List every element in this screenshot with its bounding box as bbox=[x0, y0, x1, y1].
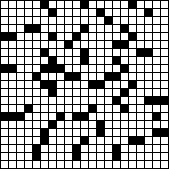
white-cell-r2c19[interactable] bbox=[153, 17, 160, 24]
white-cell-r12c7[interactable] bbox=[57, 97, 64, 104]
white-cell-r18c15[interactable] bbox=[121, 145, 128, 152]
white-cell-r4c7[interactable] bbox=[57, 33, 64, 40]
white-cell-r7c9[interactable] bbox=[73, 57, 80, 64]
white-cell-r4c18[interactable] bbox=[145, 33, 152, 40]
white-cell-r19c6[interactable] bbox=[49, 153, 56, 160]
white-cell-r6c8[interactable] bbox=[65, 49, 72, 56]
white-cell-r19c16[interactable] bbox=[129, 153, 136, 160]
white-cell-r11c20[interactable] bbox=[161, 89, 168, 96]
white-cell-r9c2[interactable] bbox=[17, 73, 24, 80]
white-cell-r7c4[interactable] bbox=[33, 57, 40, 64]
white-cell-r13c6[interactable] bbox=[49, 105, 56, 112]
white-cell-r12c2[interactable] bbox=[17, 97, 24, 104]
white-cell-r11c9[interactable] bbox=[73, 89, 80, 96]
white-cell-r1c2[interactable] bbox=[17, 9, 24, 16]
white-cell-r19c2[interactable] bbox=[17, 153, 24, 160]
white-cell-r19c18[interactable] bbox=[145, 153, 152, 160]
white-cell-r17c3[interactable] bbox=[25, 137, 32, 144]
white-cell-r9c19[interactable] bbox=[153, 73, 160, 80]
white-cell-r7c5[interactable] bbox=[41, 57, 48, 64]
white-cell-r12c17[interactable] bbox=[137, 97, 144, 104]
white-cell-r8c10[interactable] bbox=[81, 65, 88, 72]
white-cell-r10c14[interactable] bbox=[113, 81, 120, 88]
white-cell-r16c16[interactable] bbox=[129, 129, 136, 136]
white-cell-r17c9[interactable] bbox=[73, 137, 80, 144]
white-cell-r14c17[interactable] bbox=[137, 113, 144, 120]
white-cell-r8c17[interactable] bbox=[137, 65, 144, 72]
white-cell-r4c2[interactable] bbox=[17, 33, 24, 40]
white-cell-r10c7[interactable] bbox=[57, 81, 64, 88]
white-cell-r4c10[interactable] bbox=[81, 33, 88, 40]
white-cell-r20c8[interactable] bbox=[65, 161, 72, 168]
white-cell-r5c10[interactable] bbox=[81, 41, 88, 48]
white-cell-r11c5[interactable] bbox=[41, 89, 48, 96]
white-cell-r18c7[interactable] bbox=[57, 145, 64, 152]
white-cell-r2c18[interactable] bbox=[145, 17, 152, 24]
white-cell-r1c3[interactable] bbox=[25, 9, 32, 16]
white-cell-r2c9[interactable] bbox=[73, 17, 80, 24]
white-cell-r5c2[interactable] bbox=[17, 41, 24, 48]
white-cell-r11c12[interactable] bbox=[97, 89, 104, 96]
white-cell-r9c20[interactable] bbox=[161, 73, 168, 80]
white-cell-r3c17[interactable] bbox=[137, 25, 144, 32]
white-cell-r19c7[interactable] bbox=[57, 153, 64, 160]
white-cell-r16c13[interactable] bbox=[105, 129, 112, 136]
white-cell-r17c4[interactable] bbox=[33, 137, 40, 144]
white-cell-r20c4[interactable] bbox=[33, 161, 40, 168]
white-cell-r0c20[interactable] bbox=[161, 1, 168, 8]
white-cell-r9c3[interactable] bbox=[25, 73, 32, 80]
white-cell-r18c16[interactable] bbox=[129, 145, 136, 152]
white-cell-r12c1[interactable] bbox=[9, 97, 16, 104]
white-cell-r1c16[interactable] bbox=[129, 9, 136, 16]
white-cell-r18c10[interactable] bbox=[81, 145, 88, 152]
white-cell-r1c1[interactable] bbox=[9, 9, 16, 16]
white-cell-r2c20[interactable] bbox=[161, 17, 168, 24]
white-cell-r10c9[interactable] bbox=[73, 81, 80, 88]
white-cell-r14c20[interactable] bbox=[161, 113, 168, 120]
white-cell-r9c10[interactable] bbox=[81, 73, 88, 80]
white-cell-r8c20[interactable] bbox=[161, 65, 168, 72]
white-cell-r20c16[interactable] bbox=[129, 161, 136, 168]
white-cell-r16c8[interactable] bbox=[65, 129, 72, 136]
white-cell-r17c14[interactable] bbox=[113, 137, 120, 144]
white-cell-r0c12[interactable] bbox=[97, 1, 104, 8]
white-cell-r16c10[interactable] bbox=[81, 129, 88, 136]
white-cell-r7c7[interactable] bbox=[57, 57, 64, 64]
white-cell-r2c5[interactable] bbox=[41, 17, 48, 24]
white-cell-r15c3[interactable] bbox=[25, 121, 32, 128]
white-cell-r0c2[interactable] bbox=[17, 1, 24, 8]
white-cell-r12c5[interactable] bbox=[41, 97, 48, 104]
white-cell-r14c13[interactable] bbox=[105, 113, 112, 120]
white-cell-r2c17[interactable] bbox=[137, 17, 144, 24]
white-cell-r17c12[interactable] bbox=[97, 137, 104, 144]
white-cell-r4c8[interactable] bbox=[65, 33, 72, 40]
white-cell-r2c10[interactable] bbox=[81, 17, 88, 24]
white-cell-r3c8[interactable] bbox=[65, 25, 72, 32]
white-cell-r3c1[interactable] bbox=[9, 25, 16, 32]
white-cell-r12c3[interactable] bbox=[25, 97, 32, 104]
white-cell-r19c11[interactable] bbox=[89, 153, 96, 160]
white-cell-r15c4[interactable] bbox=[33, 121, 40, 128]
white-cell-r12c9[interactable] bbox=[73, 97, 80, 104]
white-cell-r3c0[interactable] bbox=[1, 25, 8, 32]
white-cell-r10c0[interactable] bbox=[1, 81, 8, 88]
white-cell-r12c10[interactable] bbox=[81, 97, 88, 104]
white-cell-r19c13[interactable] bbox=[105, 153, 112, 160]
white-cell-r19c20[interactable] bbox=[161, 153, 168, 160]
white-cell-r1c10[interactable] bbox=[81, 9, 88, 16]
white-cell-r4c12[interactable] bbox=[97, 33, 104, 40]
white-cell-r4c20[interactable] bbox=[161, 33, 168, 40]
white-cell-r20c17[interactable] bbox=[137, 161, 144, 168]
white-cell-r5c12[interactable] bbox=[97, 41, 104, 48]
white-cell-r11c19[interactable] bbox=[153, 89, 160, 96]
white-cell-r4c11[interactable] bbox=[89, 33, 96, 40]
white-cell-r20c13[interactable] bbox=[105, 161, 112, 168]
white-cell-r0c8[interactable] bbox=[65, 1, 72, 8]
white-cell-r8c13[interactable] bbox=[105, 65, 112, 72]
white-cell-r11c0[interactable] bbox=[1, 89, 8, 96]
white-cell-r2c8[interactable] bbox=[65, 17, 72, 24]
white-cell-r15c0[interactable] bbox=[1, 121, 8, 128]
white-cell-r11c14[interactable] bbox=[113, 89, 120, 96]
white-cell-r6c16[interactable] bbox=[129, 49, 136, 56]
white-cell-r3c19[interactable] bbox=[153, 25, 160, 32]
white-cell-r20c11[interactable] bbox=[89, 161, 96, 168]
white-cell-r6c6[interactable] bbox=[49, 49, 56, 56]
white-cell-r16c0[interactable] bbox=[1, 129, 8, 136]
white-cell-r10c20[interactable] bbox=[161, 81, 168, 88]
white-cell-r18c1[interactable] bbox=[9, 145, 16, 152]
white-cell-r15c18[interactable] bbox=[145, 121, 152, 128]
white-cell-r5c19[interactable] bbox=[153, 41, 160, 48]
white-cell-r19c5[interactable] bbox=[41, 153, 48, 160]
white-cell-r7c16[interactable] bbox=[129, 57, 136, 64]
white-cell-r8c12[interactable] bbox=[97, 65, 104, 72]
white-cell-r20c20[interactable] bbox=[161, 161, 168, 168]
white-cell-r14c5[interactable] bbox=[41, 113, 48, 120]
white-cell-r15c7[interactable] bbox=[57, 121, 64, 128]
white-cell-r20c0[interactable] bbox=[1, 161, 8, 168]
white-cell-r0c17[interactable] bbox=[137, 1, 144, 8]
white-cell-r11c10[interactable] bbox=[81, 89, 88, 96]
white-cell-r9c15[interactable] bbox=[121, 73, 128, 80]
white-cell-r9c16[interactable] bbox=[129, 73, 136, 80]
white-cell-r0c6[interactable] bbox=[49, 1, 56, 8]
white-cell-r0c3[interactable] bbox=[25, 1, 32, 8]
white-cell-r6c12[interactable] bbox=[97, 49, 104, 56]
white-cell-r20c7[interactable] bbox=[57, 161, 64, 168]
white-cell-r7c2[interactable] bbox=[17, 57, 24, 64]
white-cell-r14c4[interactable] bbox=[33, 113, 40, 120]
white-cell-r20c3[interactable] bbox=[25, 161, 32, 168]
white-cell-r15c8[interactable] bbox=[65, 121, 72, 128]
white-cell-r8c16[interactable] bbox=[129, 65, 136, 72]
white-cell-r2c3[interactable] bbox=[25, 17, 32, 24]
white-cell-r10c1[interactable] bbox=[9, 81, 16, 88]
white-cell-r11c8[interactable] bbox=[65, 89, 72, 96]
white-cell-r3c20[interactable] bbox=[161, 25, 168, 32]
white-cell-r12c4[interactable] bbox=[33, 97, 40, 104]
white-cell-r1c0[interactable] bbox=[1, 9, 8, 16]
white-cell-r12c15[interactable] bbox=[121, 97, 128, 104]
white-cell-r5c16[interactable] bbox=[129, 41, 136, 48]
white-cell-r18c18[interactable] bbox=[145, 145, 152, 152]
white-cell-r12c0[interactable] bbox=[1, 97, 8, 104]
white-cell-r18c2[interactable] bbox=[17, 145, 24, 152]
white-cell-r0c13[interactable] bbox=[105, 1, 112, 8]
white-cell-r7c11[interactable] bbox=[89, 57, 96, 64]
white-cell-r9c5[interactable] bbox=[41, 73, 48, 80]
white-cell-r17c8[interactable] bbox=[65, 137, 72, 144]
white-cell-r19c0[interactable] bbox=[1, 153, 8, 160]
white-cell-r10c3[interactable] bbox=[25, 81, 32, 88]
white-cell-r17c0[interactable] bbox=[1, 137, 8, 144]
white-cell-r5c20[interactable] bbox=[161, 41, 168, 48]
white-cell-r12c11[interactable] bbox=[89, 97, 96, 104]
white-cell-r6c13[interactable] bbox=[105, 49, 112, 56]
white-cell-r17c20[interactable] bbox=[161, 137, 168, 144]
white-cell-r20c14[interactable] bbox=[113, 161, 120, 168]
white-cell-r3c11[interactable] bbox=[89, 25, 96, 32]
white-cell-r7c18[interactable] bbox=[145, 57, 152, 64]
white-cell-r4c17[interactable] bbox=[137, 33, 144, 40]
white-cell-r6c15[interactable] bbox=[121, 49, 128, 56]
white-cell-r9c11[interactable] bbox=[89, 73, 96, 80]
white-cell-r10c17[interactable] bbox=[137, 81, 144, 88]
white-cell-r0c0[interactable] bbox=[1, 1, 8, 8]
white-cell-r5c7[interactable] bbox=[57, 41, 64, 48]
white-cell-r16c15[interactable] bbox=[121, 129, 128, 136]
white-cell-r18c13[interactable] bbox=[105, 145, 112, 152]
white-cell-r7c12[interactable] bbox=[97, 57, 104, 64]
white-cell-r4c3[interactable] bbox=[25, 33, 32, 40]
white-cell-r8c3[interactable] bbox=[25, 65, 32, 72]
white-cell-r13c7[interactable] bbox=[57, 105, 64, 112]
white-cell-r4c19[interactable] bbox=[153, 33, 160, 40]
white-cell-r9c7[interactable] bbox=[57, 73, 64, 80]
white-cell-r17c13[interactable] bbox=[105, 137, 112, 144]
white-cell-r1c8[interactable] bbox=[65, 9, 72, 16]
white-cell-r4c4[interactable] bbox=[33, 33, 40, 40]
white-cell-r20c2[interactable] bbox=[17, 161, 24, 168]
white-cell-r20c15[interactable] bbox=[121, 161, 128, 168]
white-cell-r13c20[interactable] bbox=[161, 105, 168, 112]
white-cell-r0c15[interactable] bbox=[121, 1, 128, 8]
white-cell-r8c4[interactable] bbox=[33, 65, 40, 72]
white-cell-r9c17[interactable] bbox=[137, 73, 144, 80]
white-cell-r8c14[interactable] bbox=[113, 65, 120, 72]
white-cell-r10c15[interactable] bbox=[121, 81, 128, 88]
white-cell-r3c7[interactable] bbox=[57, 25, 64, 32]
white-cell-r14c18[interactable] bbox=[145, 113, 152, 120]
white-cell-r6c3[interactable] bbox=[25, 49, 32, 56]
white-cell-r19c15[interactable] bbox=[121, 153, 128, 160]
white-cell-r15c19[interactable] bbox=[153, 121, 160, 128]
white-cell-r19c1[interactable] bbox=[9, 153, 16, 160]
white-cell-r0c19[interactable] bbox=[153, 1, 160, 8]
white-cell-r10c10[interactable] bbox=[81, 81, 88, 88]
white-cell-r19c3[interactable] bbox=[25, 153, 32, 160]
white-cell-r20c19[interactable] bbox=[153, 161, 160, 168]
white-cell-r17c1[interactable] bbox=[9, 137, 16, 144]
white-cell-r4c14[interactable] bbox=[113, 33, 120, 40]
white-cell-r2c1[interactable] bbox=[9, 17, 16, 24]
white-cell-r11c1[interactable] bbox=[9, 89, 16, 96]
white-cell-r15c9[interactable] bbox=[73, 121, 80, 128]
white-cell-r15c10[interactable] bbox=[81, 121, 88, 128]
white-cell-r13c17[interactable] bbox=[137, 105, 144, 112]
white-cell-r14c14[interactable] bbox=[113, 113, 120, 120]
white-cell-r17c19[interactable] bbox=[153, 137, 160, 144]
white-cell-r12c12[interactable] bbox=[97, 97, 104, 104]
white-cell-r5c6[interactable] bbox=[49, 41, 56, 48]
white-cell-r18c0[interactable] bbox=[1, 145, 8, 152]
white-cell-r8c18[interactable] bbox=[145, 65, 152, 72]
white-cell-r1c9[interactable] bbox=[73, 9, 80, 16]
white-cell-r13c10[interactable] bbox=[81, 105, 88, 112]
white-cell-r2c7[interactable] bbox=[57, 17, 64, 24]
white-cell-r2c0[interactable] bbox=[1, 17, 8, 24]
white-cell-r5c3[interactable] bbox=[25, 41, 32, 48]
white-cell-r2c12[interactable] bbox=[97, 17, 104, 24]
white-cell-r10c2[interactable] bbox=[17, 81, 24, 88]
white-cell-r11c11[interactable] bbox=[89, 89, 96, 96]
white-cell-r6c11[interactable] bbox=[89, 49, 96, 56]
white-cell-r13c0[interactable] bbox=[1, 105, 8, 112]
white-cell-r19c10[interactable] bbox=[81, 153, 88, 160]
white-cell-r0c11[interactable] bbox=[89, 1, 96, 8]
white-cell-r6c2[interactable] bbox=[17, 49, 24, 56]
white-cell-r9c0[interactable] bbox=[1, 73, 8, 80]
white-cell-r6c1[interactable] bbox=[9, 49, 16, 56]
white-cell-r0c18[interactable] bbox=[145, 1, 152, 8]
white-cell-r18c11[interactable] bbox=[89, 145, 96, 152]
white-cell-r7c1[interactable] bbox=[9, 57, 16, 64]
white-cell-r12c16[interactable] bbox=[129, 97, 136, 104]
white-cell-r11c13[interactable] bbox=[105, 89, 112, 96]
white-cell-r9c12[interactable] bbox=[97, 73, 104, 80]
white-cell-r14c3[interactable] bbox=[25, 113, 32, 120]
white-cell-r5c4[interactable] bbox=[33, 41, 40, 48]
white-cell-r6c0[interactable] bbox=[1, 49, 8, 56]
white-cell-r18c19[interactable] bbox=[153, 145, 160, 152]
white-cell-r19c12[interactable] bbox=[97, 153, 104, 160]
white-cell-r13c2[interactable] bbox=[17, 105, 24, 112]
white-cell-r2c6[interactable] bbox=[49, 17, 56, 24]
white-cell-r10c4[interactable] bbox=[33, 81, 40, 88]
white-cell-r7c20[interactable] bbox=[161, 57, 168, 64]
white-cell-r0c4[interactable] bbox=[33, 1, 40, 8]
white-cell-r13c9[interactable] bbox=[73, 105, 80, 112]
white-cell-r13c5[interactable] bbox=[41, 105, 48, 112]
white-cell-r7c17[interactable] bbox=[137, 57, 144, 64]
white-cell-r9c1[interactable] bbox=[9, 73, 16, 80]
white-cell-r3c14[interactable] bbox=[113, 25, 120, 32]
white-cell-r11c16[interactable] bbox=[129, 89, 136, 96]
white-cell-r16c6[interactable] bbox=[49, 129, 56, 136]
white-cell-r3c18[interactable] bbox=[145, 25, 152, 32]
white-cell-r17c2[interactable] bbox=[17, 137, 24, 144]
white-cell-r3c5[interactable] bbox=[41, 25, 48, 32]
white-cell-r1c13[interactable] bbox=[105, 9, 112, 16]
white-cell-r5c5[interactable] bbox=[41, 41, 48, 48]
white-cell-r10c18[interactable] bbox=[145, 81, 152, 88]
white-cell-r0c1[interactable] bbox=[9, 1, 16, 8]
white-cell-r5c9[interactable] bbox=[73, 41, 80, 48]
white-cell-r20c6[interactable] bbox=[49, 161, 56, 168]
white-cell-r1c14[interactable] bbox=[113, 9, 120, 16]
white-cell-r2c16[interactable] bbox=[129, 17, 136, 24]
white-cell-r12c6[interactable] bbox=[49, 97, 56, 104]
white-cell-r8c8[interactable] bbox=[65, 65, 72, 72]
white-cell-r6c9[interactable] bbox=[73, 49, 80, 56]
white-cell-r12c13[interactable] bbox=[105, 97, 112, 104]
white-cell-r2c15[interactable] bbox=[121, 17, 128, 24]
white-cell-r7c8[interactable] bbox=[65, 57, 72, 64]
white-cell-r15c5[interactable] bbox=[41, 121, 48, 128]
white-cell-r13c18[interactable] bbox=[145, 105, 152, 112]
white-cell-r8c11[interactable] bbox=[89, 65, 96, 72]
white-cell-r16c2[interactable] bbox=[17, 129, 24, 136]
white-cell-r20c18[interactable] bbox=[145, 161, 152, 168]
white-cell-r1c7[interactable] bbox=[57, 9, 64, 16]
white-cell-r8c2[interactable] bbox=[17, 65, 24, 72]
white-cell-r20c12[interactable] bbox=[97, 161, 104, 168]
white-cell-r3c2[interactable] bbox=[17, 25, 24, 32]
white-cell-r11c2[interactable] bbox=[17, 89, 24, 96]
white-cell-r13c14[interactable] bbox=[113, 105, 120, 112]
white-cell-r18c8[interactable] bbox=[65, 145, 72, 152]
white-cell-r17c11[interactable] bbox=[89, 137, 96, 144]
white-cell-r15c16[interactable] bbox=[129, 121, 136, 128]
white-cell-r11c4[interactable] bbox=[33, 89, 40, 96]
white-cell-r6c14[interactable] bbox=[113, 49, 120, 56]
white-cell-r7c3[interactable] bbox=[25, 57, 32, 64]
white-cell-r5c11[interactable] bbox=[89, 41, 96, 48]
white-cell-r13c8[interactable] bbox=[65, 105, 72, 112]
white-cell-r16c9[interactable] bbox=[73, 129, 80, 136]
white-cell-r9c6[interactable] bbox=[49, 73, 56, 80]
white-cell-r1c15[interactable] bbox=[121, 9, 128, 16]
white-cell-r5c13[interactable] bbox=[105, 41, 112, 48]
white-cell-r0c14[interactable] bbox=[113, 1, 120, 8]
white-cell-r4c5[interactable] bbox=[41, 33, 48, 40]
white-cell-r14c12[interactable] bbox=[97, 113, 104, 120]
white-cell-r18c3[interactable] bbox=[25, 145, 32, 152]
white-cell-r5c1[interactable] bbox=[9, 41, 16, 48]
white-cell-r3c6[interactable] bbox=[49, 25, 56, 32]
white-cell-r10c8[interactable] bbox=[65, 81, 72, 88]
white-cell-r16c17[interactable] bbox=[137, 129, 144, 136]
white-cell-r14c16[interactable] bbox=[129, 113, 136, 120]
white-cell-r3c13[interactable] bbox=[105, 25, 112, 32]
white-cell-r2c2[interactable] bbox=[17, 17, 24, 24]
white-cell-r16c14[interactable] bbox=[113, 129, 120, 136]
white-cell-r16c7[interactable] bbox=[57, 129, 64, 136]
white-cell-r20c10[interactable] bbox=[81, 161, 88, 168]
white-cell-r0c9[interactable] bbox=[73, 1, 80, 8]
white-cell-r11c7[interactable] bbox=[57, 89, 64, 96]
white-cell-r14c8[interactable] bbox=[65, 113, 72, 120]
white-cell-r1c5[interactable] bbox=[41, 9, 48, 16]
white-cell-r9c18[interactable] bbox=[145, 73, 152, 80]
white-cell-r18c6[interactable] bbox=[49, 145, 56, 152]
white-cell-r1c19[interactable] bbox=[153, 9, 160, 16]
white-cell-r19c17[interactable] bbox=[137, 153, 144, 160]
